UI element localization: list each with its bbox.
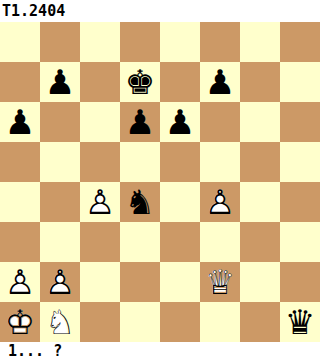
black-pawn: ♟ <box>120 102 160 142</box>
square-h3[interactable] <box>280 222 320 262</box>
square-h2[interactable] <box>280 262 320 302</box>
square-f7[interactable]: ♟ <box>200 62 240 102</box>
diagram-title: T1.2404 <box>2 2 65 20</box>
square-h6[interactable] <box>280 102 320 142</box>
square-c8[interactable] <box>80 22 120 62</box>
white-pawn: ♙ <box>200 182 240 222</box>
square-e7[interactable] <box>160 62 200 102</box>
square-a1[interactable]: ♚♔ <box>0 302 40 342</box>
square-f2[interactable]: ♛♕ <box>200 262 240 302</box>
black-pawn: ♟ <box>200 62 240 102</box>
square-b4[interactable] <box>40 182 80 222</box>
square-f8[interactable] <box>200 22 240 62</box>
square-d6[interactable]: ♟ <box>120 102 160 142</box>
white-pawn-fill: ♟ <box>40 262 80 302</box>
chess-board: ♟♚♟♟♟♟♟♙♞♟♙♟♙♟♙♛♕♚♔♞♘♛ <box>0 22 320 342</box>
square-e4[interactable] <box>160 182 200 222</box>
square-c1[interactable] <box>80 302 120 342</box>
square-a5[interactable] <box>0 142 40 182</box>
square-e5[interactable] <box>160 142 200 182</box>
square-d1[interactable] <box>120 302 160 342</box>
square-f6[interactable] <box>200 102 240 142</box>
square-g6[interactable] <box>240 102 280 142</box>
square-e1[interactable] <box>160 302 200 342</box>
square-d7[interactable]: ♚ <box>120 62 160 102</box>
square-d2[interactable] <box>120 262 160 302</box>
square-f4[interactable]: ♟♙ <box>200 182 240 222</box>
square-c2[interactable] <box>80 262 120 302</box>
square-g2[interactable] <box>240 262 280 302</box>
square-a4[interactable] <box>0 182 40 222</box>
square-a2[interactable]: ♟♙ <box>0 262 40 302</box>
white-knight-fill: ♞ <box>40 302 80 342</box>
square-g5[interactable] <box>240 142 280 182</box>
square-b2[interactable]: ♟♙ <box>40 262 80 302</box>
square-e8[interactable] <box>160 22 200 62</box>
square-g1[interactable] <box>240 302 280 342</box>
white-king: ♔ <box>0 302 40 342</box>
black-pawn: ♟ <box>160 102 200 142</box>
white-pawn: ♙ <box>80 182 120 222</box>
diagram-footer: 1... ? <box>0 342 320 360</box>
square-b7[interactable]: ♟ <box>40 62 80 102</box>
square-h4[interactable] <box>280 182 320 222</box>
square-e2[interactable] <box>160 262 200 302</box>
square-c5[interactable] <box>80 142 120 182</box>
white-pawn-fill: ♟ <box>0 262 40 302</box>
white-pawn: ♙ <box>0 262 40 302</box>
square-c7[interactable] <box>80 62 120 102</box>
square-g8[interactable] <box>240 22 280 62</box>
black-knight: ♞ <box>120 182 160 222</box>
square-d3[interactable] <box>120 222 160 262</box>
square-a3[interactable] <box>0 222 40 262</box>
diagram-header: T1.2404 <box>0 0 320 22</box>
square-d5[interactable] <box>120 142 160 182</box>
square-a6[interactable]: ♟ <box>0 102 40 142</box>
square-c4[interactable]: ♟♙ <box>80 182 120 222</box>
square-g3[interactable] <box>240 222 280 262</box>
move-prompt: 1... ? <box>8 342 62 360</box>
square-b1[interactable]: ♞♘ <box>40 302 80 342</box>
square-e6[interactable]: ♟ <box>160 102 200 142</box>
square-e3[interactable] <box>160 222 200 262</box>
square-b3[interactable] <box>40 222 80 262</box>
black-king: ♚ <box>120 62 160 102</box>
white-pawn-fill: ♟ <box>200 182 240 222</box>
white-pawn-fill: ♟ <box>80 182 120 222</box>
square-a8[interactable] <box>0 22 40 62</box>
square-f3[interactable] <box>200 222 240 262</box>
black-pawn: ♟ <box>0 102 40 142</box>
square-h8[interactable] <box>280 22 320 62</box>
square-f5[interactable] <box>200 142 240 182</box>
white-queen-fill: ♛ <box>200 262 240 302</box>
square-b6[interactable] <box>40 102 80 142</box>
square-h7[interactable] <box>280 62 320 102</box>
square-d8[interactable] <box>120 22 160 62</box>
white-king-fill: ♚ <box>0 302 40 342</box>
square-b5[interactable] <box>40 142 80 182</box>
white-knight: ♘ <box>40 302 80 342</box>
square-c6[interactable] <box>80 102 120 142</box>
square-d4[interactable]: ♞ <box>120 182 160 222</box>
chess-diagram: T1.2404 ♟♚♟♟♟♟♟♙♞♟♙♟♙♟♙♛♕♚♔♞♘♛ 1... ? <box>0 0 320 360</box>
white-pawn: ♙ <box>40 262 80 302</box>
square-f1[interactable] <box>200 302 240 342</box>
black-pawn: ♟ <box>40 62 80 102</box>
square-h1[interactable]: ♛ <box>280 302 320 342</box>
white-queen: ♕ <box>200 262 240 302</box>
square-g4[interactable] <box>240 182 280 222</box>
square-b8[interactable] <box>40 22 80 62</box>
square-g7[interactable] <box>240 62 280 102</box>
square-a7[interactable] <box>0 62 40 102</box>
square-c3[interactable] <box>80 222 120 262</box>
square-h5[interactable] <box>280 142 320 182</box>
black-queen: ♛ <box>280 302 320 342</box>
